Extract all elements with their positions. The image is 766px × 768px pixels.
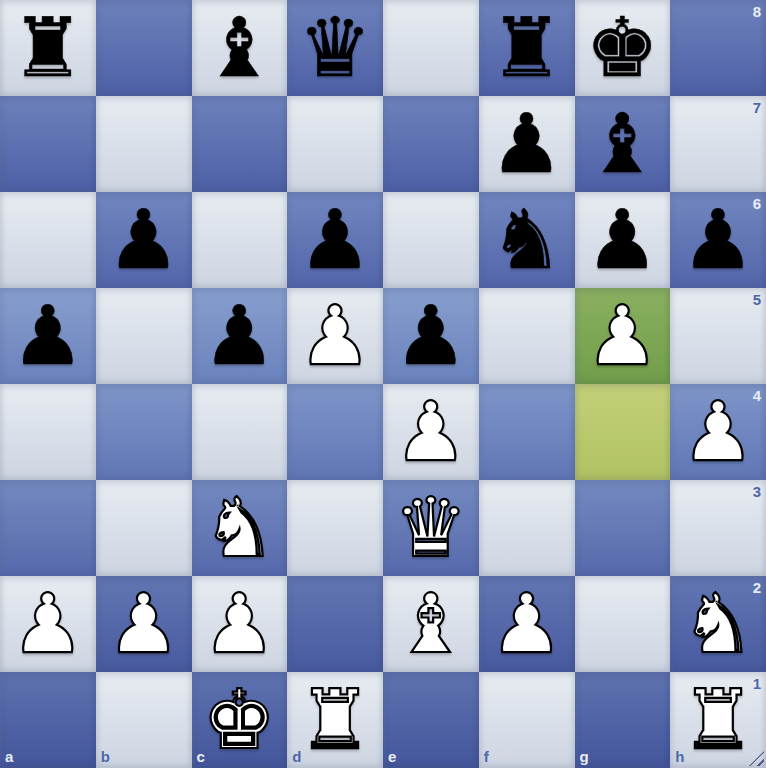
square-h7[interactable]: 7 xyxy=(670,96,766,192)
square-c1[interactable]: ♚c xyxy=(192,672,288,768)
square-g6[interactable]: ♟ xyxy=(575,192,671,288)
rank-label-4: 4 xyxy=(753,388,761,403)
square-g4[interactable] xyxy=(575,384,671,480)
chess-board: ♜♝♛♜♚8♟♝7♟♟♞♟♟6♟♟♟♟♟5♟♟4♞♛3♟♟♟♝♟♞2ab♚c♜d… xyxy=(0,0,766,768)
black-knight[interactable]: ♞ xyxy=(490,192,564,288)
square-a4[interactable] xyxy=(0,384,96,480)
white-king[interactable]: ♚ xyxy=(203,672,277,768)
square-b8[interactable] xyxy=(96,0,192,96)
square-c6[interactable] xyxy=(192,192,288,288)
square-e3[interactable]: ♛ xyxy=(383,480,479,576)
square-e5[interactable]: ♟ xyxy=(383,288,479,384)
square-g1[interactable]: g xyxy=(575,672,671,768)
square-f1[interactable]: f xyxy=(479,672,575,768)
square-h8[interactable]: 8 xyxy=(670,0,766,96)
square-e8[interactable] xyxy=(383,0,479,96)
square-e6[interactable] xyxy=(383,192,479,288)
square-e2[interactable]: ♝ xyxy=(383,576,479,672)
black-pawn[interactable]: ♟ xyxy=(203,288,277,384)
square-h1[interactable]: ♜1h xyxy=(670,672,766,768)
square-g8[interactable]: ♚ xyxy=(575,0,671,96)
square-h5[interactable]: 5 xyxy=(670,288,766,384)
square-f2[interactable]: ♟ xyxy=(479,576,575,672)
white-queen[interactable]: ♛ xyxy=(394,480,468,576)
square-f5[interactable] xyxy=(479,288,575,384)
square-d6[interactable]: ♟ xyxy=(287,192,383,288)
square-a7[interactable] xyxy=(0,96,96,192)
square-h4[interactable]: ♟4 xyxy=(670,384,766,480)
square-c7[interactable] xyxy=(192,96,288,192)
square-d3[interactable] xyxy=(287,480,383,576)
white-pawn[interactable]: ♟ xyxy=(394,384,468,480)
square-g3[interactable] xyxy=(575,480,671,576)
square-b4[interactable] xyxy=(96,384,192,480)
white-pawn[interactable]: ♟ xyxy=(11,576,85,672)
square-b6[interactable]: ♟ xyxy=(96,192,192,288)
square-a8[interactable]: ♜ xyxy=(0,0,96,96)
black-pawn[interactable]: ♟ xyxy=(394,288,468,384)
white-pawn[interactable]: ♟ xyxy=(490,576,564,672)
square-b5[interactable] xyxy=(96,288,192,384)
square-c5[interactable]: ♟ xyxy=(192,288,288,384)
file-label-h: h xyxy=(675,749,684,764)
square-f8[interactable]: ♜ xyxy=(479,0,575,96)
black-bishop[interactable]: ♝ xyxy=(586,96,660,192)
square-a1[interactable]: a xyxy=(0,672,96,768)
square-g5[interactable]: ♟ xyxy=(575,288,671,384)
rank-label-2: 2 xyxy=(753,580,761,595)
square-d1[interactable]: ♜d xyxy=(287,672,383,768)
square-e7[interactable] xyxy=(383,96,479,192)
file-label-d: d xyxy=(292,749,301,764)
rank-label-6: 6 xyxy=(753,196,761,211)
square-e4[interactable]: ♟ xyxy=(383,384,479,480)
file-label-b: b xyxy=(101,749,110,764)
white-pawn[interactable]: ♟ xyxy=(107,576,181,672)
black-pawn[interactable]: ♟ xyxy=(681,192,755,288)
square-h3[interactable]: 3 xyxy=(670,480,766,576)
white-rook[interactable]: ♜ xyxy=(298,672,372,768)
white-pawn[interactable]: ♟ xyxy=(586,288,660,384)
black-rook[interactable]: ♜ xyxy=(11,0,85,96)
square-f6[interactable]: ♞ xyxy=(479,192,575,288)
file-label-g: g xyxy=(580,749,589,764)
file-label-e: e xyxy=(388,749,396,764)
black-queen[interactable]: ♛ xyxy=(298,0,372,96)
rank-label-3: 3 xyxy=(753,484,761,499)
square-b1[interactable]: b xyxy=(96,672,192,768)
black-bishop[interactable]: ♝ xyxy=(203,0,277,96)
square-f3[interactable] xyxy=(479,480,575,576)
square-a5[interactable]: ♟ xyxy=(0,288,96,384)
white-knight[interactable]: ♞ xyxy=(203,480,277,576)
square-d7[interactable] xyxy=(287,96,383,192)
square-b2[interactable]: ♟ xyxy=(96,576,192,672)
square-h2[interactable]: ♞2 xyxy=(670,576,766,672)
square-h6[interactable]: ♟6 xyxy=(670,192,766,288)
square-a2[interactable]: ♟ xyxy=(0,576,96,672)
square-d8[interactable]: ♛ xyxy=(287,0,383,96)
square-g7[interactable]: ♝ xyxy=(575,96,671,192)
square-c4[interactable] xyxy=(192,384,288,480)
square-f4[interactable] xyxy=(479,384,575,480)
white-rook[interactable]: ♜ xyxy=(681,672,755,768)
square-d2[interactable] xyxy=(287,576,383,672)
black-pawn[interactable]: ♟ xyxy=(107,192,181,288)
square-c3[interactable]: ♞ xyxy=(192,480,288,576)
white-pawn[interactable]: ♟ xyxy=(681,384,755,480)
file-label-a: a xyxy=(5,749,13,764)
white-bishop[interactable]: ♝ xyxy=(394,576,468,672)
rank-label-7: 7 xyxy=(753,100,761,115)
square-e1[interactable]: e xyxy=(383,672,479,768)
black-pawn[interactable]: ♟ xyxy=(298,192,372,288)
white-knight[interactable]: ♞ xyxy=(681,576,755,672)
square-b3[interactable] xyxy=(96,480,192,576)
black-rook[interactable]: ♜ xyxy=(490,0,564,96)
file-label-c: c xyxy=(197,749,205,764)
rank-label-1: 1 xyxy=(753,676,761,691)
square-f7[interactable]: ♟ xyxy=(479,96,575,192)
square-b7[interactable] xyxy=(96,96,192,192)
file-label-f: f xyxy=(484,749,489,764)
square-d4[interactable] xyxy=(287,384,383,480)
white-pawn[interactable]: ♟ xyxy=(203,576,277,672)
square-d5[interactable]: ♟ xyxy=(287,288,383,384)
black-king[interactable]: ♚ xyxy=(586,0,660,96)
square-a3[interactable] xyxy=(0,480,96,576)
rank-label-8: 8 xyxy=(753,4,761,19)
black-pawn[interactable]: ♟ xyxy=(11,288,85,384)
black-pawn[interactable]: ♟ xyxy=(586,192,660,288)
black-pawn[interactable]: ♟ xyxy=(490,96,564,192)
rank-label-5: 5 xyxy=(753,292,761,307)
white-pawn[interactable]: ♟ xyxy=(298,288,372,384)
square-c2[interactable]: ♟ xyxy=(192,576,288,672)
square-a6[interactable] xyxy=(0,192,96,288)
square-g2[interactable] xyxy=(575,576,671,672)
square-c8[interactable]: ♝ xyxy=(192,0,288,96)
